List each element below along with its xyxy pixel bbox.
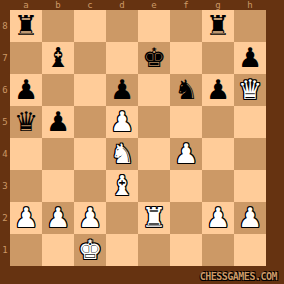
file-label-e: e [138, 0, 170, 10]
square-e8[interactable] [138, 10, 170, 42]
square-c6[interactable] [74, 74, 106, 106]
square-e3[interactable] [138, 170, 170, 202]
square-e6[interactable] [138, 74, 170, 106]
square-f1[interactable] [170, 234, 202, 266]
file-label-a: a [10, 0, 42, 10]
file-label-b: b [42, 0, 74, 10]
square-g6[interactable]: ♟ [202, 74, 234, 106]
square-c7[interactable] [74, 42, 106, 74]
square-h2[interactable]: ♟ [234, 202, 266, 234]
square-b2[interactable]: ♟ [42, 202, 74, 234]
square-b5[interactable]: ♟ [42, 106, 74, 138]
square-g2[interactable]: ♟ [202, 202, 234, 234]
piece-white-pawn[interactable]: ♟ [170, 138, 202, 170]
chess-board: ♜♜♝♚♟♟♟♞♟♛♛♟♟♞♟♝♟♟♟♜♟♟♚ [10, 10, 266, 266]
piece-white-queen[interactable]: ♛ [234, 74, 266, 106]
piece-black-pawn[interactable]: ♟ [106, 74, 138, 106]
file-label-f: f [170, 0, 202, 10]
site-label: CHESSGAMES.COM [200, 271, 277, 282]
square-a8[interactable]: ♜ [10, 10, 42, 42]
square-a3[interactable] [10, 170, 42, 202]
square-g1[interactable] [202, 234, 234, 266]
rank-label-3: 3 [0, 170, 10, 202]
square-h8[interactable] [234, 10, 266, 42]
square-a1[interactable] [10, 234, 42, 266]
square-h3[interactable] [234, 170, 266, 202]
file-label-d: d [106, 0, 138, 10]
square-c3[interactable] [74, 170, 106, 202]
square-e5[interactable] [138, 106, 170, 138]
rank-label-2: 2 [0, 202, 10, 234]
square-a5[interactable]: ♛ [10, 106, 42, 138]
square-c5[interactable] [74, 106, 106, 138]
square-a6[interactable]: ♟ [10, 74, 42, 106]
square-b4[interactable] [42, 138, 74, 170]
square-g7[interactable] [202, 42, 234, 74]
square-e2[interactable]: ♜ [138, 202, 170, 234]
square-h6[interactable]: ♛ [234, 74, 266, 106]
file-label-g: g [202, 0, 234, 10]
square-c8[interactable] [74, 10, 106, 42]
piece-black-rook[interactable]: ♜ [202, 10, 234, 42]
piece-white-pawn[interactable]: ♟ [74, 202, 106, 234]
square-f4[interactable]: ♟ [170, 138, 202, 170]
square-c2[interactable]: ♟ [74, 202, 106, 234]
piece-white-king[interactable]: ♚ [74, 234, 106, 266]
file-label-c: c [74, 0, 106, 10]
piece-white-rook[interactable]: ♜ [138, 202, 170, 234]
piece-white-pawn[interactable]: ♟ [234, 202, 266, 234]
rank-label-5: 5 [0, 106, 10, 138]
square-d4[interactable]: ♞ [106, 138, 138, 170]
square-b1[interactable] [42, 234, 74, 266]
square-b7[interactable]: ♝ [42, 42, 74, 74]
square-d6[interactable]: ♟ [106, 74, 138, 106]
chess-diagram: abcdefgh 87654321 ♜♜♝♚♟♟♟♞♟♛♛♟♟♞♟♝♟♟♟♜♟♟… [0, 0, 284, 284]
square-f5[interactable] [170, 106, 202, 138]
square-h4[interactable] [234, 138, 266, 170]
square-b6[interactable] [42, 74, 74, 106]
piece-black-pawn[interactable]: ♟ [42, 106, 74, 138]
square-f6[interactable]: ♞ [170, 74, 202, 106]
square-h5[interactable] [234, 106, 266, 138]
square-e4[interactable] [138, 138, 170, 170]
square-c1[interactable]: ♚ [74, 234, 106, 266]
piece-black-pawn[interactable]: ♟ [234, 42, 266, 74]
square-e7[interactable]: ♚ [138, 42, 170, 74]
rank-labels: 87654321 [0, 10, 10, 266]
piece-black-pawn[interactable]: ♟ [202, 74, 234, 106]
square-d7[interactable] [106, 42, 138, 74]
rank-label-7: 7 [0, 42, 10, 74]
square-a2[interactable]: ♟ [10, 202, 42, 234]
piece-white-pawn[interactable]: ♟ [10, 202, 42, 234]
square-d5[interactable]: ♟ [106, 106, 138, 138]
square-g3[interactable] [202, 170, 234, 202]
square-f2[interactable] [170, 202, 202, 234]
piece-black-knight[interactable]: ♞ [170, 74, 202, 106]
piece-white-knight[interactable]: ♞ [106, 138, 138, 170]
rank-label-4: 4 [0, 138, 10, 170]
square-g5[interactable] [202, 106, 234, 138]
square-d8[interactable] [106, 10, 138, 42]
piece-black-pawn[interactable]: ♟ [10, 74, 42, 106]
file-label-h: h [234, 0, 266, 10]
piece-black-rook[interactable]: ♜ [10, 10, 42, 42]
square-b8[interactable] [42, 10, 74, 42]
square-d2[interactable] [106, 202, 138, 234]
square-e1[interactable] [138, 234, 170, 266]
square-g8[interactable]: ♜ [202, 10, 234, 42]
rank-label-1: 1 [0, 234, 10, 266]
square-d1[interactable] [106, 234, 138, 266]
square-f7[interactable] [170, 42, 202, 74]
piece-white-pawn[interactable]: ♟ [202, 202, 234, 234]
square-f3[interactable] [170, 170, 202, 202]
square-g4[interactable] [202, 138, 234, 170]
square-h7[interactable]: ♟ [234, 42, 266, 74]
piece-white-pawn[interactable]: ♟ [106, 106, 138, 138]
piece-black-bishop[interactable]: ♝ [42, 42, 74, 74]
rank-label-8: 8 [0, 10, 10, 42]
piece-black-queen[interactable]: ♛ [10, 106, 42, 138]
piece-white-bishop[interactable]: ♝ [106, 170, 138, 202]
square-b3[interactable] [42, 170, 74, 202]
piece-white-pawn[interactable]: ♟ [42, 202, 74, 234]
square-a7[interactable] [10, 42, 42, 74]
file-labels: abcdefgh [10, 0, 266, 10]
square-c4[interactable] [74, 138, 106, 170]
rank-label-6: 6 [0, 74, 10, 106]
square-f8[interactable] [170, 10, 202, 42]
square-a4[interactable] [10, 138, 42, 170]
piece-black-king[interactable]: ♚ [138, 42, 170, 74]
square-h1[interactable] [234, 234, 266, 266]
square-d3[interactable]: ♝ [106, 170, 138, 202]
